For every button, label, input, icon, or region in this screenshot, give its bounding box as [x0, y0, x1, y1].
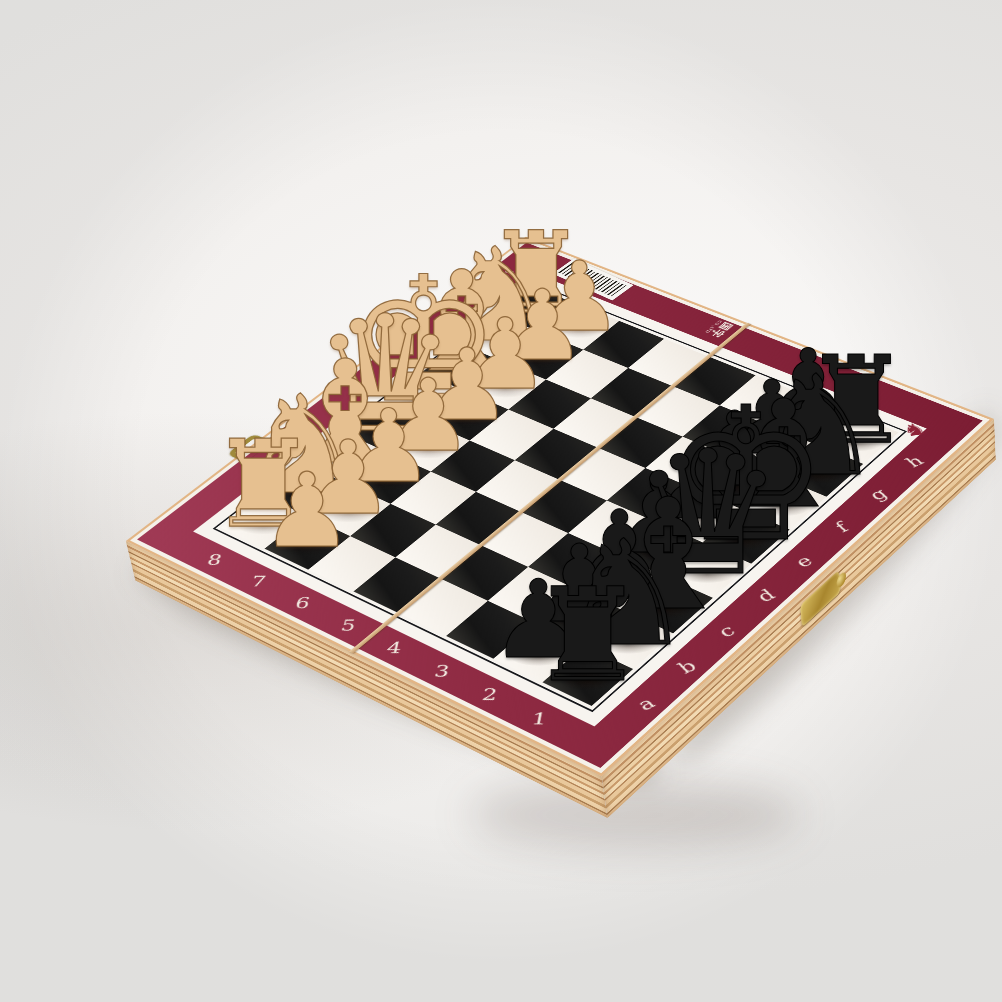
product-photo-backdrop: 8 7 6 5 4 3 2 1 a b c d e f g h 8919162(…	[0, 0, 1002, 1002]
clasp-knob	[836, 570, 846, 590]
chess-board: 8 7 6 5 4 3 2 1 a b c d e f g h 8919162(…	[126, 237, 994, 777]
